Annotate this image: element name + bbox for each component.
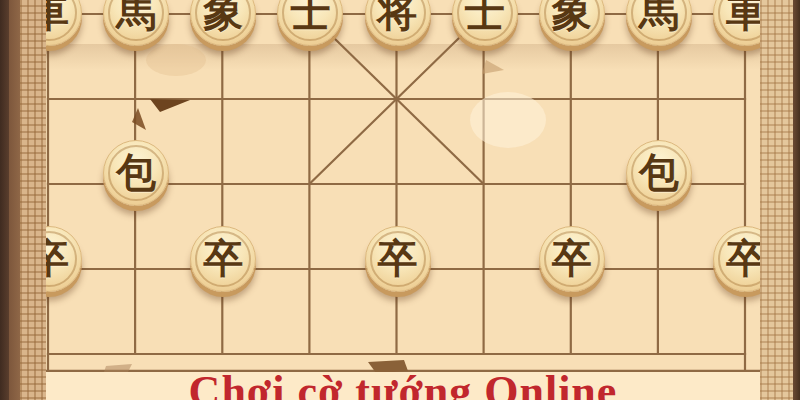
- piece-glyph: 包: [639, 153, 679, 193]
- piece-glyph: 馬: [116, 0, 156, 33]
- board-texture-marks: [104, 44, 546, 372]
- frame-left-mid-wood: [9, 0, 20, 400]
- footer-banner: Chơi cờ tướng Online: [46, 372, 760, 400]
- piece-glyph: 包: [116, 153, 156, 193]
- piece-glyph: 将: [378, 0, 418, 33]
- piece-black-cannon-left[interactable]: 包: [103, 140, 169, 206]
- piece-glyph: 卒: [552, 239, 592, 279]
- piece-black-cannon-right[interactable]: 包: [626, 140, 692, 206]
- piece-black-soldier-3[interactable]: 卒: [365, 226, 431, 292]
- piece-black-soldier-4[interactable]: 卒: [539, 226, 605, 292]
- piece-glyph: 馬: [639, 0, 679, 33]
- frame-right-dark-wood: [793, 0, 800, 400]
- piece-glyph: 卒: [203, 239, 243, 279]
- piece-glyph: 象: [552, 0, 592, 33]
- frame-left-dark-wood: [0, 0, 9, 400]
- xiangqi-app-screenshot: 車馬象士将士象馬車包包卒卒卒卒卒 Chơi cờ tướng Online: [0, 0, 800, 400]
- piece-black-soldier-2[interactable]: 卒: [190, 226, 256, 292]
- piece-glyph: 卒: [378, 239, 418, 279]
- piece-glyph: 士: [290, 0, 330, 33]
- xiangqi-board[interactable]: 車馬象士将士象馬車包包卒卒卒卒卒: [46, 0, 760, 372]
- piece-glyph: 象: [203, 0, 243, 33]
- frame-right-meander-trim: [760, 0, 793, 400]
- frame-left-meander-trim: [20, 0, 46, 400]
- banner-title: Chơi cờ tướng Online: [46, 369, 760, 400]
- piece-glyph: 士: [465, 0, 505, 33]
